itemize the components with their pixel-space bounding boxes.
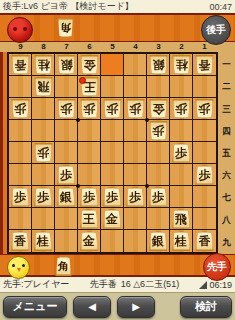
rank-label-3: 三 <box>218 98 235 120</box>
piece-kanji: 銀 <box>152 59 164 71</box>
turn-indicator: 先手番 <box>90 278 117 291</box>
square-52[interactable] <box>101 76 124 98</box>
square-68[interactable]: 王 <box>78 208 101 230</box>
top-status-bar: 後手:Lv6 ピヨ帝 【検討モード】 00:47 <box>0 0 235 13</box>
hoshi-dot <box>76 118 80 122</box>
square-99[interactable]: 香 <box>9 230 32 252</box>
piece-kanji: 歩 <box>37 147 49 159</box>
file-label-6: 6 <box>78 42 101 52</box>
gote-avatar-icon <box>7 17 33 43</box>
square-74[interactable] <box>55 120 78 142</box>
rank-label-2: 二 <box>218 76 235 98</box>
square-87[interactable]: 歩 <box>32 186 55 208</box>
gote-hand-pieces: 角 <box>57 18 74 38</box>
next-move-button[interactable]: ▶ <box>117 296 155 318</box>
square-12[interactable] <box>193 76 216 98</box>
sente-clock: 06:19 <box>209 280 232 290</box>
piece-sente-pawn[interactable]: 歩 <box>57 165 76 185</box>
piece-kanji: 歩 <box>14 103 26 115</box>
square-62[interactable]: 王 <box>78 76 101 98</box>
square-57[interactable]: 歩 <box>101 186 124 208</box>
prev-move-button[interactable]: ◀ <box>73 296 111 318</box>
piece-kanji: 歩 <box>152 191 164 203</box>
square-85[interactable]: 歩 <box>32 142 55 164</box>
square-88[interactable] <box>32 208 55 230</box>
square-26[interactable] <box>170 164 193 186</box>
square-76[interactable]: 歩 <box>55 164 78 186</box>
square-67[interactable]: 歩 <box>78 186 101 208</box>
square-54[interactable] <box>101 120 124 142</box>
square-39[interactable]: 銀 <box>147 230 170 252</box>
piece-kanji: 桂 <box>37 235 49 247</box>
piece-kanji: 金 <box>106 213 118 225</box>
piece-gote-pawn[interactable]: 歩 <box>103 99 122 119</box>
rank-labels: 一二三四五六七八九 <box>218 52 235 254</box>
square-17[interactable] <box>193 186 216 208</box>
square-98[interactable] <box>9 208 32 230</box>
square-93[interactable]: 歩 <box>9 98 32 120</box>
piece-kanji: 歩 <box>106 191 118 203</box>
piece-sente-knight[interactable]: 桂 <box>34 231 53 251</box>
square-75[interactable] <box>55 142 78 164</box>
square-51[interactable] <box>101 54 124 76</box>
piece-gote-pawn[interactable]: 歩 <box>80 99 99 119</box>
square-27[interactable] <box>170 186 193 208</box>
square-36[interactable] <box>147 164 170 186</box>
piece-kanji: 歩 <box>106 103 118 115</box>
piece-kanji: 歩 <box>37 191 49 203</box>
piece-gote-pawn[interactable]: 歩 <box>57 99 76 119</box>
square-59[interactable] <box>101 230 124 252</box>
square-33[interactable]: 金 <box>147 98 170 120</box>
piece-sente-pawn[interactable]: 歩 <box>11 187 30 207</box>
piece-kanji: 金 <box>83 59 95 71</box>
resize-handle-icon[interactable] <box>199 281 207 289</box>
piece-kanji: 歩 <box>175 103 187 115</box>
square-82[interactable]: 飛 <box>32 76 55 98</box>
piece-kanji: 銀 <box>60 191 72 203</box>
square-35[interactable] <box>147 142 170 164</box>
square-66[interactable] <box>78 164 101 186</box>
square-41[interactable] <box>124 54 147 76</box>
piece-kanji: 角 <box>58 261 69 272</box>
square-79[interactable] <box>55 230 78 252</box>
piece-gote-gold[interactable]: 金 <box>80 55 99 75</box>
chick-beak-icon <box>17 268 21 272</box>
file-label-7: 7 <box>55 42 78 52</box>
piece-gote-pawn[interactable]: 歩 <box>149 121 168 141</box>
last-move-text: 16 △6二玉(51) <box>121 278 179 291</box>
piece-kanji: 香 <box>14 235 26 247</box>
sente-badge: 先手 <box>203 253 231 281</box>
square-28[interactable]: 飛 <box>170 208 193 230</box>
piece-kanji: 香 <box>199 235 211 247</box>
piece-sente-pawn[interactable]: 歩 <box>172 143 191 163</box>
rank-label-4: 四 <box>218 121 235 143</box>
piece-sente-king[interactable]: 王 <box>80 209 99 229</box>
sente-avatar-icon <box>7 256 30 279</box>
square-78[interactable] <box>55 208 78 230</box>
square-21[interactable]: 桂 <box>170 54 193 76</box>
piece-kanji: 歩 <box>152 125 164 137</box>
piece-sente-silver[interactable]: 銀 <box>57 187 76 207</box>
gote-clock: 00:47 <box>209 2 232 12</box>
square-89[interactable]: 桂 <box>32 230 55 252</box>
square-94[interactable] <box>9 120 32 142</box>
square-83[interactable] <box>32 98 55 120</box>
square-58[interactable]: 金 <box>101 208 124 230</box>
piece-sente-pawn[interactable]: 歩 <box>149 187 168 207</box>
piece-gote-pawn[interactable]: 歩 <box>172 99 191 119</box>
hoshi-dot <box>145 184 149 188</box>
piece-gote-lance[interactable]: 香 <box>11 55 30 75</box>
square-11[interactable]: 香 <box>193 54 216 76</box>
piece-sente-pawn[interactable]: 歩 <box>34 187 53 207</box>
square-53[interactable]: 歩 <box>101 98 124 120</box>
bottom-status-bar: 先手:プレイヤー 先手番 16 △6二玉(51) 06:19 <box>0 277 235 292</box>
piece-kanji: 金 <box>152 103 164 115</box>
square-61[interactable]: 金 <box>78 54 101 76</box>
piece-gote-gold[interactable]: 金 <box>149 99 168 119</box>
square-25[interactable]: 歩 <box>170 142 193 164</box>
piece-sente-silver[interactable]: 銀 <box>149 231 168 251</box>
square-19[interactable]: 香 <box>193 230 216 252</box>
hoshi-dot <box>76 184 80 188</box>
square-81[interactable]: 桂 <box>32 54 55 76</box>
rank-label-9: 九 <box>218 232 235 254</box>
file-label-2: 2 <box>170 42 193 52</box>
square-32[interactable] <box>147 76 170 98</box>
player-info: 先手:プレイヤー <box>3 278 69 291</box>
shogi-board: 香桂銀金銀桂香飛王歩歩歩歩歩金歩歩歩歩歩歩歩歩歩銀歩歩歩歩王金飛香桂金銀桂香 <box>7 52 218 254</box>
square-48[interactable] <box>124 208 147 230</box>
opponent-info: 後手:Lv6 ピヨ帝 【検討モード】 <box>3 0 134 13</box>
piece-kanji: 歩 <box>14 191 26 203</box>
piece-kanji: 歩 <box>175 147 187 159</box>
piece-sente-lance[interactable]: 香 <box>11 231 30 251</box>
square-65[interactable] <box>78 142 101 164</box>
piece-kanji: 香 <box>14 59 26 71</box>
piece-sente-knight[interactable]: 桂 <box>172 231 191 251</box>
rank-label-8: 八 <box>218 210 235 232</box>
piece-sente-rook[interactable]: 飛 <box>172 209 191 229</box>
rank-label-1: 一 <box>218 54 235 76</box>
gote-badge: 後手 <box>201 15 231 45</box>
piece-kanji: 歩 <box>83 103 95 115</box>
square-46[interactable] <box>124 164 147 186</box>
piece-kanji: 歩 <box>60 103 72 115</box>
file-labels: 987654321 <box>0 42 235 52</box>
file-label-8: 8 <box>32 42 55 52</box>
piece-gote-silver[interactable]: 銀 <box>149 55 168 75</box>
square-72[interactable] <box>55 76 78 98</box>
piece-kanji: 金 <box>83 235 95 247</box>
piece-gote-pawn[interactable]: 歩 <box>34 143 53 163</box>
square-16[interactable]: 歩 <box>193 164 216 186</box>
piece-gote-pawn[interactable]: 歩 <box>126 99 145 119</box>
piece-sente-pawn[interactable]: 歩 <box>103 187 122 207</box>
square-69[interactable]: 金 <box>78 230 101 252</box>
piece-sente-lance[interactable]: 香 <box>195 231 214 251</box>
last-move-marker <box>79 77 86 84</box>
piece-kanji: 歩 <box>129 191 141 203</box>
gote-hand-tray: 角 後手 <box>0 13 235 42</box>
piece-kanji: 香 <box>199 59 211 71</box>
square-92[interactable] <box>9 76 32 98</box>
analyze-button[interactable]: 検討 <box>180 296 232 318</box>
piece-kanji: 桂 <box>175 59 187 71</box>
piece-gote-bishop[interactable]: 角 <box>57 18 74 38</box>
square-71[interactable]: 銀 <box>55 54 78 76</box>
square-22[interactable] <box>170 76 193 98</box>
piece-gote-silver[interactable]: 銀 <box>57 55 76 75</box>
piece-gote-pawn[interactable]: 歩 <box>195 99 214 119</box>
piece-kanji: 歩 <box>199 169 211 181</box>
piece-sente-bishop[interactable]: 角 <box>55 256 72 276</box>
file-label-3: 3 <box>147 42 170 52</box>
piece-gote-knight[interactable]: 桂 <box>172 55 191 75</box>
piece-sente-gold[interactable]: 金 <box>80 231 99 251</box>
square-44[interactable] <box>124 120 147 142</box>
hoshi-dot <box>145 118 149 122</box>
file-label-9: 9 <box>9 42 32 52</box>
square-24[interactable] <box>170 120 193 142</box>
square-96[interactable] <box>9 164 32 186</box>
piece-kanji: 角 <box>60 23 71 34</box>
square-43[interactable]: 歩 <box>124 98 147 120</box>
piece-kanji: 歩 <box>199 103 211 115</box>
piece-gote-lance[interactable]: 香 <box>195 55 214 75</box>
square-45[interactable] <box>124 142 147 164</box>
piece-kanji: 歩 <box>129 103 141 115</box>
board-row: 香桂銀金銀桂香飛王歩歩歩歩歩金歩歩歩歩歩歩歩歩歩銀歩歩歩歩王金飛香桂金銀桂香 一… <box>0 52 235 254</box>
square-84[interactable] <box>32 120 55 142</box>
piece-kanji: 歩 <box>83 191 95 203</box>
square-15[interactable] <box>193 142 216 164</box>
square-29[interactable]: 桂 <box>170 230 193 252</box>
piece-kanji: 王 <box>83 213 95 225</box>
square-37[interactable]: 歩 <box>147 186 170 208</box>
square-73[interactable]: 歩 <box>55 98 78 120</box>
square-47[interactable]: 歩 <box>124 186 147 208</box>
file-label-4: 4 <box>124 42 147 52</box>
rank-label-5: 五 <box>218 143 235 165</box>
piece-gote-knight[interactable]: 桂 <box>34 55 53 75</box>
piece-kanji: 飛 <box>37 81 49 93</box>
square-13[interactable]: 歩 <box>193 98 216 120</box>
piece-sente-pawn[interactable]: 歩 <box>195 165 214 185</box>
sente-hand-tray: 角 先手 <box>0 254 235 277</box>
piece-sente-pawn[interactable]: 歩 <box>80 187 99 207</box>
square-91[interactable]: 香 <box>9 54 32 76</box>
square-77[interactable]: 銀 <box>55 186 78 208</box>
square-97[interactable]: 歩 <box>9 186 32 208</box>
square-56[interactable] <box>101 164 124 186</box>
menu-button[interactable]: メニュー <box>3 296 67 318</box>
sente-hand-pieces: 角 <box>55 256 72 276</box>
square-38[interactable] <box>147 208 170 230</box>
square-42[interactable] <box>124 76 147 98</box>
piyoshogi-app: 後手:Lv6 ピヨ帝 【検討モード】 00:47 角 後手 987654321 … <box>0 0 235 320</box>
file-label-5: 5 <box>101 42 124 52</box>
square-63[interactable]: 歩 <box>78 98 101 120</box>
square-34[interactable]: 歩 <box>147 120 170 142</box>
piece-kanji: 飛 <box>175 213 187 225</box>
piece-kanji: 桂 <box>37 59 49 71</box>
piece-kanji: 銀 <box>60 59 72 71</box>
square-64[interactable] <box>78 120 101 142</box>
piece-sente-pawn[interactable]: 歩 <box>126 187 145 207</box>
piece-kanji: 桂 <box>175 235 187 247</box>
piece-sente-gold[interactable]: 金 <box>103 209 122 229</box>
piece-gote-rook[interactable]: 飛 <box>34 77 53 97</box>
button-bar: メニュー ◀ ▶ 検討 <box>0 292 235 320</box>
board-area: 角 後手 987654321 香桂銀金銀桂香飛王歩歩歩歩歩金歩歩歩歩歩歩歩歩歩銀… <box>0 13 235 277</box>
rank-label-7: 七 <box>218 187 235 209</box>
square-86[interactable] <box>32 164 55 186</box>
square-14[interactable] <box>193 120 216 142</box>
rank-label-6: 六 <box>218 165 235 187</box>
square-55[interactable] <box>101 142 124 164</box>
square-18[interactable] <box>193 208 216 230</box>
square-95[interactable] <box>9 142 32 164</box>
piece-kanji: 歩 <box>60 169 72 181</box>
square-49[interactable] <box>124 230 147 252</box>
square-31[interactable]: 銀 <box>147 54 170 76</box>
piece-kanji: 銀 <box>152 235 164 247</box>
piece-gote-pawn[interactable]: 歩 <box>11 99 30 119</box>
square-23[interactable]: 歩 <box>170 98 193 120</box>
